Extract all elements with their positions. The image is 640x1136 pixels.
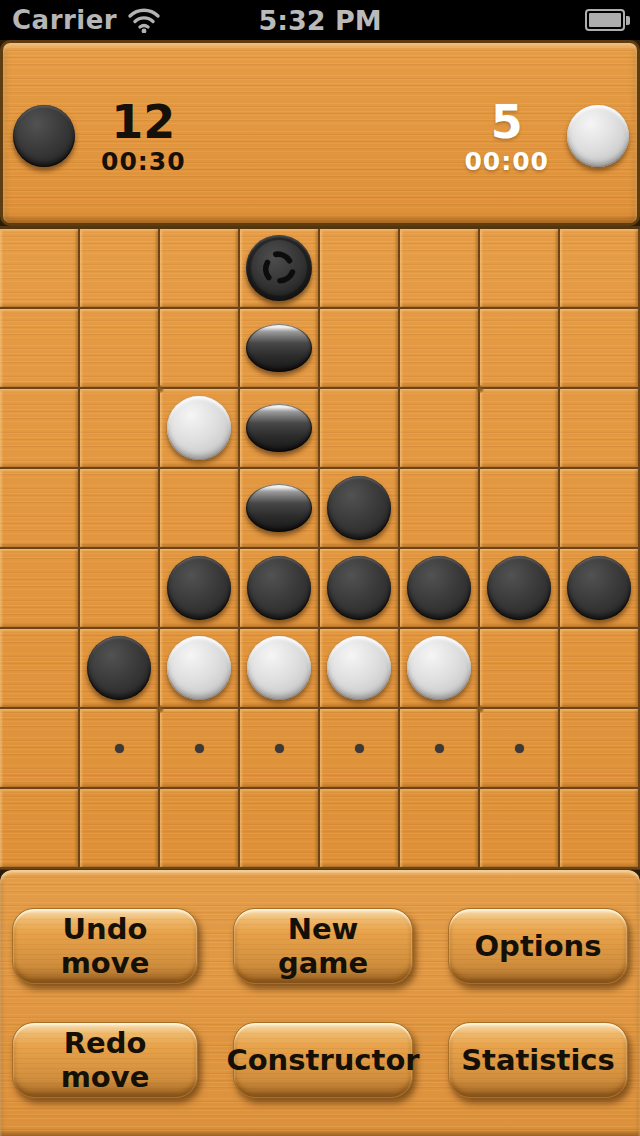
flipping-disc (246, 404, 312, 452)
board-cell[interactable] (240, 469, 320, 549)
black-timer: 00:30 (101, 149, 186, 174)
game-board (0, 226, 640, 870)
board-cell[interactable] (480, 789, 560, 869)
star-point (476, 705, 484, 713)
board-cell[interactable] (320, 549, 400, 629)
black-score: 12 (111, 99, 175, 145)
move-hint-dot (355, 744, 364, 753)
scoreboard: 12 00:30 5 00:00 (0, 40, 640, 226)
flipping-disc (246, 484, 312, 532)
board-cell[interactable] (560, 709, 640, 789)
black-disc (327, 556, 391, 620)
last-move-icon (258, 247, 300, 289)
board-cell[interactable] (400, 789, 480, 869)
black-disc (487, 556, 551, 620)
black-disc (167, 556, 231, 620)
board-cell[interactable] (240, 309, 320, 389)
board-cell[interactable] (80, 789, 160, 869)
board-cell[interactable] (320, 389, 400, 469)
board-cell[interactable] (480, 709, 560, 789)
board-cell[interactable] (400, 309, 480, 389)
white-disc (247, 636, 311, 700)
board-cell[interactable] (400, 469, 480, 549)
move-hint-dot (435, 744, 444, 753)
board-cell[interactable] (0, 709, 80, 789)
board-cell[interactable] (240, 629, 320, 709)
board-cell[interactable] (160, 229, 240, 309)
board-cell[interactable] (320, 309, 400, 389)
board-cell[interactable] (80, 629, 160, 709)
board-cell[interactable] (560, 389, 640, 469)
status-bar: Carrier 5:32 PM (0, 0, 640, 40)
board-cell[interactable] (560, 789, 640, 869)
bottom-panel: Undo move New game Options Redo move Con… (0, 870, 640, 1136)
board-cell[interactable] (320, 709, 400, 789)
board-cell[interactable] (560, 469, 640, 549)
board-cell[interactable] (240, 709, 320, 789)
move-hint-dot (275, 744, 284, 753)
board-cell[interactable] (320, 789, 400, 869)
white-disc (327, 636, 391, 700)
new-game-button[interactable]: New game (233, 908, 413, 984)
black-player-disc (13, 105, 75, 167)
board-cell[interactable] (0, 229, 80, 309)
move-hint-dot (115, 744, 124, 753)
board-cell[interactable] (400, 709, 480, 789)
black-disc (327, 476, 391, 540)
board-cell[interactable] (400, 229, 480, 309)
battery-icon (585, 9, 630, 31)
board-cell[interactable] (0, 629, 80, 709)
board-cell[interactable] (560, 629, 640, 709)
star-point (156, 705, 164, 713)
white-disc (407, 636, 471, 700)
white-disc (167, 636, 231, 700)
board-cell[interactable] (480, 629, 560, 709)
black-disc (407, 556, 471, 620)
white-score: 5 (491, 99, 523, 145)
board-cell[interactable] (160, 789, 240, 869)
board-cell[interactable] (320, 229, 400, 309)
board-cell[interactable] (400, 629, 480, 709)
board-cell[interactable] (240, 549, 320, 629)
white-disc (167, 396, 231, 460)
board-cell[interactable] (480, 309, 560, 389)
board-cell[interactable] (0, 549, 80, 629)
board-cell[interactable] (160, 309, 240, 389)
board-cell[interactable] (400, 549, 480, 629)
board-cell[interactable] (560, 549, 640, 629)
board-cell[interactable] (80, 389, 160, 469)
board-cell[interactable] (320, 469, 400, 549)
board-cell[interactable] (80, 469, 160, 549)
board-cell[interactable] (0, 309, 80, 389)
move-hint-dot (195, 744, 204, 753)
move-hint-dot (515, 744, 524, 753)
board-cell[interactable] (480, 389, 560, 469)
black-disc (247, 556, 311, 620)
constructor-button[interactable]: Constructor (233, 1022, 413, 1098)
board-cell[interactable] (240, 789, 320, 869)
board-cell[interactable] (80, 309, 160, 389)
board-cell[interactable] (480, 549, 560, 629)
star-point (156, 385, 164, 393)
board-cell[interactable] (160, 389, 240, 469)
board-cell[interactable] (320, 629, 400, 709)
board-cell[interactable] (0, 389, 80, 469)
board-cells (0, 229, 640, 869)
black-disc (87, 636, 151, 700)
board-cell[interactable] (80, 549, 160, 629)
board-cell[interactable] (480, 229, 560, 309)
white-timer: 00:00 (464, 149, 549, 174)
undo-move-button[interactable]: Undo move (12, 908, 198, 984)
board-cell[interactable] (0, 789, 80, 869)
clock-label: 5:32 PM (0, 5, 640, 36)
board-cell[interactable] (240, 389, 320, 469)
black-disc-last-move (246, 235, 312, 301)
star-point (476, 385, 484, 393)
board-cell[interactable] (560, 309, 640, 389)
board-cell[interactable] (160, 469, 240, 549)
board-cell[interactable] (560, 229, 640, 309)
white-player-disc (567, 105, 629, 167)
statistics-button[interactable]: Statistics (448, 1022, 628, 1098)
board-cell[interactable] (80, 229, 160, 309)
board-cell[interactable] (480, 469, 560, 549)
black-disc (567, 556, 631, 620)
board-cell[interactable] (160, 629, 240, 709)
board-cell[interactable] (80, 709, 160, 789)
flipping-disc (246, 324, 312, 372)
app-screen: Carrier 5:32 PM 12 00:30 (0, 0, 640, 1136)
board-cell[interactable] (240, 229, 320, 309)
board-cell[interactable] (0, 469, 80, 549)
board-cell[interactable] (400, 389, 480, 469)
board-cell[interactable] (160, 549, 240, 629)
redo-move-button[interactable]: Redo move (12, 1022, 198, 1098)
board-cell[interactable] (160, 709, 240, 789)
options-button[interactable]: Options (448, 908, 628, 984)
